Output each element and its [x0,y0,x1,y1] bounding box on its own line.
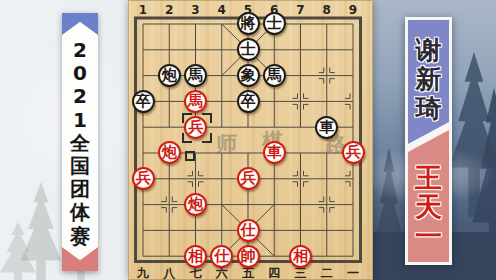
player-top-name: 谢新琦 [408,36,449,123]
piece-red-pawn[interactable]: 兵 [342,141,365,164]
event-title-char: 2 [62,85,98,108]
player-name-char: 王 [408,163,449,192]
piece-red-cannon[interactable]: 炮 [158,141,181,164]
player-name-char: 一 [408,221,449,250]
event-banner: 2021全国团体赛 [62,13,98,271]
piece-black-king[interactable]: 將 [237,12,260,35]
thumbnail-canvas: 123456789 九八七六五四三二一 师棋路 將士士炮馬象馬卒馬卒兵車炮車兵兵… [0,0,496,280]
player-bottom-name: 王天一 [408,163,449,250]
piece-black-rook[interactable]: 車 [315,116,338,139]
event-title: 2021全国团体赛 [62,39,98,248]
player-name-char: 新 [408,65,449,94]
player-name-char: 琦 [408,94,449,123]
piece-red-king[interactable]: 帥 [237,245,260,268]
ribbon-top-chevron [62,13,98,35]
piece-black-cannon[interactable]: 炮 [158,64,181,87]
piece-black-advisor[interactable]: 士 [237,38,260,61]
piece-red-elephant[interactable]: 相 [184,245,207,268]
piece-black-pawn[interactable]: 卒 [132,90,155,113]
players-banner: 谢新琦 王天一 [405,17,452,265]
piece-black-pawn[interactable]: 卒 [237,90,260,113]
piece-red-pawn[interactable]: 兵 [132,167,155,190]
event-title-char: 0 [62,62,98,85]
piece-red-advisor[interactable]: 仕 [237,219,260,242]
piece-red-horse[interactable]: 馬 [184,90,207,113]
piece-red-rook[interactable]: 車 [263,141,286,164]
event-title-char: 全 [62,132,98,155]
piece-red-pawn[interactable]: 兵 [184,116,207,139]
piece-red-elephant[interactable]: 相 [289,245,312,268]
piece-red-pawn[interactable]: 兵 [237,167,260,190]
piece-black-horse[interactable]: 馬 [184,64,207,87]
event-title-char: 1 [62,109,98,132]
piece-black-advisor[interactable]: 士 [263,12,286,35]
piece-black-horse[interactable]: 馬 [263,64,286,87]
piece-black-elephant[interactable]: 象 [237,64,260,87]
event-title-char: 体 [62,201,98,224]
piece-red-advisor[interactable]: 仕 [210,245,233,268]
event-title-char: 赛 [62,225,98,248]
player-name-char: 天 [408,192,449,221]
piece-red-cannon[interactable]: 炮 [184,193,207,216]
pieces-layer: 將士士炮馬象馬卒馬卒兵車炮車兵兵兵炮仕相仕帥相 [130,11,366,269]
event-title-char: 团 [62,178,98,201]
players-banner-inner: 谢新琦 王天一 [408,20,449,262]
ribbon-bottom-chevron [62,247,98,271]
event-title-char: 2 [62,39,98,62]
player-name-char: 谢 [408,36,449,65]
event-title-char: 国 [62,155,98,178]
